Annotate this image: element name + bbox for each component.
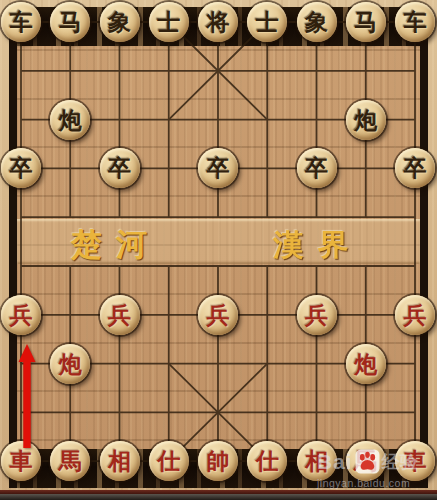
watermark: Bai 经验 jingyan.baidu.com <box>317 449 432 489</box>
move-arrow <box>0 0 437 500</box>
bottom-bar <box>0 494 437 500</box>
watermark-jingyan-text: 经验 <box>382 450 418 474</box>
watermark-bai-text: Bai <box>317 450 353 474</box>
baidu-paw-icon <box>355 449 380 474</box>
xiangqi-board-screenshot: 楚河 漢界 车马象士将士象马车炮炮卒卒卒卒卒兵兵兵兵兵炮炮車馬相仕帥仕相馬車 B… <box>0 0 437 500</box>
watermark-url: jingyan.baidu.com <box>317 477 432 489</box>
